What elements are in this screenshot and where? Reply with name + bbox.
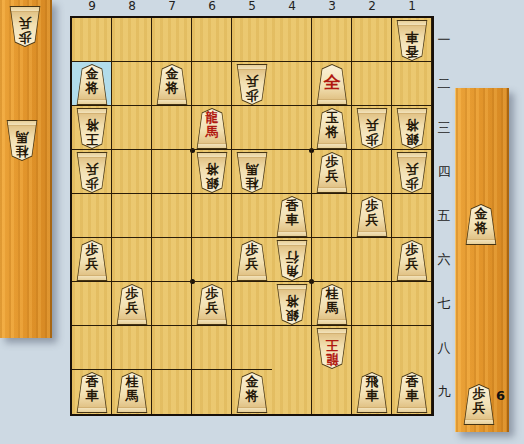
piece-桂馬-sente[interactable]: 桂馬 xyxy=(115,372,149,413)
file-label-7: 7 xyxy=(152,0,192,14)
square-88[interactable] xyxy=(112,326,152,370)
square-34[interactable]: 歩兵 xyxy=(312,150,352,194)
rank-label-7: 七 xyxy=(436,282,452,326)
piece-金将-sente[interactable]: 金将 xyxy=(235,372,269,413)
square-47[interactable]: 銀将 xyxy=(272,282,312,326)
sente-hand-gold[interactable]: 金将 xyxy=(464,204,498,245)
square-36[interactable] xyxy=(312,238,352,282)
square-32[interactable]: 全 xyxy=(312,62,352,106)
square-31[interactable] xyxy=(312,18,352,62)
square-96[interactable]: 歩兵 xyxy=(72,238,112,282)
gote-hand-knight[interactable]: 桂馬 xyxy=(5,120,39,161)
piece-香車-gote[interactable]: 香車 xyxy=(395,20,429,61)
square-52[interactable]: 歩兵 xyxy=(232,62,272,106)
piece-歩兵-gote[interactable]: 歩兵 xyxy=(395,152,429,193)
rank-label-6: 六 xyxy=(436,238,452,282)
square-45[interactable]: 香車 xyxy=(272,194,312,238)
piece-金将-sente[interactable]: 金将 xyxy=(464,204,498,245)
square-95[interactable] xyxy=(72,194,112,238)
square-39[interactable] xyxy=(312,370,352,414)
square-82[interactable] xyxy=(112,62,152,106)
square-17[interactable] xyxy=(392,282,432,326)
piece-香車-sente[interactable]: 香車 xyxy=(75,372,109,413)
square-37[interactable]: 桂馬 xyxy=(312,282,352,326)
rank-label-5: 五 xyxy=(436,194,452,238)
square-33[interactable]: 玉将 xyxy=(312,106,352,150)
square-38[interactable]: 龍王 xyxy=(312,326,352,370)
square-29[interactable]: 飛車 xyxy=(352,370,392,414)
piece-歩兵-sente[interactable]: 歩兵 xyxy=(462,384,496,425)
piece-銀将-gote[interactable]: 銀将 xyxy=(195,152,229,193)
rank-label-2: 二 xyxy=(436,62,452,106)
square-11[interactable]: 香車 xyxy=(392,18,432,62)
square-49[interactable] xyxy=(272,370,312,414)
file-label-5: 5 xyxy=(232,0,272,14)
piece-歩兵-sente[interactable]: 歩兵 xyxy=(115,284,149,325)
piece-歩兵-sente[interactable]: 歩兵 xyxy=(395,240,429,281)
piece-歩兵-sente[interactable]: 歩兵 xyxy=(195,284,229,325)
rank-label-9: 九 xyxy=(436,370,452,414)
piece-歩兵-sente[interactable]: 歩兵 xyxy=(75,240,109,281)
square-61[interactable] xyxy=(192,18,232,62)
square-23[interactable]: 歩兵 xyxy=(352,106,392,150)
piece-歩兵-gote[interactable]: 歩兵 xyxy=(75,152,109,193)
piece-角行-gote[interactable]: 角行 xyxy=(275,240,309,281)
square-24[interactable] xyxy=(352,150,392,194)
file-label-4: 4 xyxy=(272,0,312,14)
piece-歩兵-sente[interactable]: 歩兵 xyxy=(315,152,349,193)
square-53[interactable] xyxy=(232,106,272,150)
square-86[interactable] xyxy=(112,238,152,282)
square-59[interactable]: 金将 xyxy=(232,370,272,414)
square-85[interactable] xyxy=(112,194,152,238)
board-area: 香車金将金将歩兵全王将龍馬玉将歩兵銀将歩兵銀将桂馬歩兵歩兵香車歩兵歩兵歩兵角行歩… xyxy=(70,16,434,416)
piece-香車-sente[interactable]: 香車 xyxy=(275,196,309,237)
piece-銀将-gote[interactable]: 銀将 xyxy=(275,284,309,325)
piece-桂馬-gote[interactable]: 桂馬 xyxy=(235,152,269,193)
square-98[interactable] xyxy=(72,326,112,370)
square-44[interactable] xyxy=(272,150,312,194)
sente-hand-pawn[interactable]: 歩兵 xyxy=(462,384,496,425)
square-92[interactable]: 金将 xyxy=(72,62,112,106)
square-72[interactable]: 金将 xyxy=(152,62,192,106)
square-41[interactable] xyxy=(272,18,312,62)
square-74[interactable] xyxy=(152,150,192,194)
piece-玉将-sente[interactable]: 玉将 xyxy=(315,108,349,149)
square-78[interactable] xyxy=(152,326,192,370)
square-97[interactable] xyxy=(72,282,112,326)
piece-桂馬-gote[interactable]: 桂馬 xyxy=(5,120,39,161)
piece-飛車-sente[interactable]: 飛車 xyxy=(355,372,389,413)
square-43[interactable] xyxy=(272,106,312,150)
file-label-1: 1 xyxy=(392,0,432,14)
piece-歩兵-gote[interactable]: 歩兵 xyxy=(355,108,389,149)
shogi-game-screen: 歩兵 桂馬 987654321 一二三四五六七八九 香車金将金将歩兵全王将龍馬玉… xyxy=(0,0,524,444)
square-12[interactable] xyxy=(392,62,432,106)
piece-歩兵-gote[interactable]: 歩兵 xyxy=(235,64,269,105)
square-68[interactable] xyxy=(192,326,232,370)
piece-金将-sente[interactable]: 金将 xyxy=(75,64,109,105)
square-67[interactable]: 歩兵 xyxy=(192,282,232,326)
piece-香車-sente[interactable]: 香車 xyxy=(395,372,429,413)
rank-label-1: 一 xyxy=(436,18,452,62)
square-81[interactable] xyxy=(112,18,152,62)
file-label-9: 9 xyxy=(72,0,112,14)
square-71[interactable] xyxy=(152,18,192,62)
square-89[interactable]: 桂馬 xyxy=(112,370,152,414)
square-55[interactable] xyxy=(232,194,272,238)
square-35[interactable] xyxy=(312,194,352,238)
square-75[interactable] xyxy=(152,194,192,238)
gote-hand-pawn[interactable]: 歩兵 xyxy=(8,6,42,47)
square-63[interactable]: 龍馬 xyxy=(192,106,232,150)
square-22[interactable] xyxy=(352,62,392,106)
square-25[interactable]: 歩兵 xyxy=(352,194,392,238)
square-69[interactable] xyxy=(192,370,232,414)
square-99[interactable]: 香車 xyxy=(72,370,112,414)
square-27[interactable] xyxy=(352,282,392,326)
file-label-6: 6 xyxy=(192,0,232,14)
square-84[interactable] xyxy=(112,150,152,194)
square-56[interactable]: 歩兵 xyxy=(232,238,272,282)
square-64[interactable]: 銀将 xyxy=(192,150,232,194)
square-91[interactable] xyxy=(72,18,112,62)
piece-金将-sente[interactable]: 金将 xyxy=(155,64,189,105)
square-26[interactable] xyxy=(352,238,392,282)
piece-歩兵-sente[interactable]: 歩兵 xyxy=(355,196,389,237)
piece-王将-gote[interactable]: 王将 xyxy=(75,108,109,149)
rank-label-3: 三 xyxy=(436,106,452,150)
square-42[interactable] xyxy=(272,62,312,106)
square-76[interactable] xyxy=(152,238,192,282)
square-28[interactable] xyxy=(352,326,392,370)
file-label-3: 3 xyxy=(312,0,352,14)
piece-龍馬-sente[interactable]: 龍馬 xyxy=(195,108,229,149)
sente-hand-pawn-count: 6 xyxy=(496,388,505,403)
square-73[interactable] xyxy=(152,106,192,150)
square-46[interactable]: 角行 xyxy=(272,238,312,282)
square-65[interactable] xyxy=(192,194,232,238)
square-57[interactable] xyxy=(232,282,272,326)
square-51[interactable] xyxy=(232,18,272,62)
square-13[interactable]: 銀将 xyxy=(392,106,432,150)
square-15[interactable] xyxy=(392,194,432,238)
square-14[interactable]: 歩兵 xyxy=(392,150,432,194)
piece-銀将-gote[interactable]: 銀将 xyxy=(395,108,429,149)
gote-piece-stand: 歩兵 桂馬 xyxy=(0,0,52,338)
sente-piece-stand: 金将 歩兵 6 xyxy=(455,88,509,432)
square-62[interactable] xyxy=(192,62,232,106)
square-93[interactable]: 王将 xyxy=(72,106,112,150)
shogi-board: 香車金将金将歩兵全王将龍馬玉将歩兵銀将歩兵銀将桂馬歩兵歩兵香車歩兵歩兵歩兵角行歩… xyxy=(70,16,434,416)
file-label-8: 8 xyxy=(112,0,152,14)
square-19[interactable]: 香車 xyxy=(392,370,432,414)
piece-歩兵-sente[interactable]: 歩兵 xyxy=(235,240,269,281)
square-16[interactable]: 歩兵 xyxy=(392,238,432,282)
square-21[interactable] xyxy=(352,18,392,62)
rank-label-4: 四 xyxy=(436,150,452,194)
rank-label-8: 八 xyxy=(436,326,452,370)
piece-成銀-sente[interactable]: 全 xyxy=(315,64,349,105)
piece-歩兵-gote[interactable]: 歩兵 xyxy=(8,6,42,47)
square-79[interactable] xyxy=(152,370,192,414)
file-label-2: 2 xyxy=(352,0,392,14)
square-54[interactable]: 桂馬 xyxy=(232,150,272,194)
square-94[interactable]: 歩兵 xyxy=(72,150,112,194)
square-18[interactable] xyxy=(392,326,432,370)
square-77[interactable] xyxy=(152,282,192,326)
square-58[interactable] xyxy=(232,326,272,370)
square-66[interactable] xyxy=(192,238,232,282)
piece-桂馬-sente[interactable]: 桂馬 xyxy=(315,284,349,325)
square-48[interactable] xyxy=(272,326,312,370)
square-87[interactable]: 歩兵 xyxy=(112,282,152,326)
square-83[interactable] xyxy=(112,106,152,150)
piece-龍王-gote[interactable]: 龍王 xyxy=(315,328,349,369)
